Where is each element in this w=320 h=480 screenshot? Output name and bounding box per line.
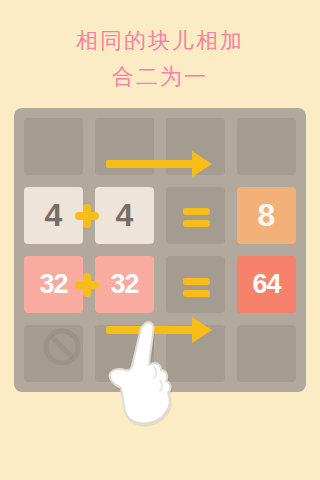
tutorial-screen: 相同的块儿相加 合二为一 448323264 bbox=[0, 0, 320, 480]
prohibition-watermark-icon bbox=[40, 326, 84, 370]
board-cell: 4 bbox=[95, 187, 154, 244]
tile-4: 4 bbox=[95, 187, 154, 244]
equals-icon-row3 bbox=[183, 278, 210, 297]
tutorial-title-line1: 相同的块儿相加 bbox=[0, 23, 320, 59]
board-cell bbox=[237, 118, 296, 175]
board-cell bbox=[24, 118, 83, 175]
equals-icon-row2 bbox=[183, 208, 210, 227]
tile-64: 64 bbox=[237, 256, 296, 313]
tile-32: 32 bbox=[95, 256, 154, 313]
tile-8: 8 bbox=[237, 187, 296, 244]
plus-icon-row2 bbox=[75, 204, 99, 228]
tutorial-title: 相同的块儿相加 合二为一 bbox=[0, 23, 320, 95]
board-cell: 8 bbox=[237, 187, 296, 244]
swipe-right-arrow-top bbox=[106, 151, 212, 177]
board-cell: 32 bbox=[95, 256, 154, 313]
plus-icon-row3 bbox=[75, 273, 99, 297]
board-cell: 64 bbox=[237, 256, 296, 313]
hand-pointer-icon bbox=[98, 318, 178, 430]
board-cell bbox=[237, 325, 296, 382]
tutorial-title-line2: 合二为一 bbox=[0, 59, 320, 95]
